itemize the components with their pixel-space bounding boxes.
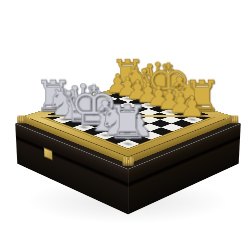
product-photo-chess-set: ♜♞♝♛♚♝♞♜♟♟♟♟♟♟♟♟♟♟♟♟♟♟♟♟♜♞♝♛♚♝♞♜ [0, 0, 250, 250]
silver-rook-glyph: ♜ [94, 102, 160, 144]
brass-plaque [44, 147, 53, 160]
scene: ♜♞♝♛♚♝♞♜♟♟♟♟♟♟♟♟♟♟♟♟♟♟♟♟♜♞♝♛♚♝♞♜ [0, 0, 250, 250]
